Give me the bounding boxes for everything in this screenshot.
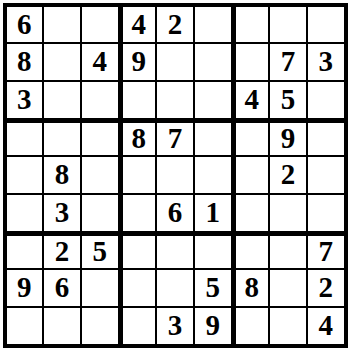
- sudoku-cell-empty[interactable]: [233, 120, 269, 156]
- sudoku-cell-empty[interactable]: [120, 308, 156, 344]
- sudoku-cell-empty[interactable]: [233, 233, 269, 269]
- sudoku-cell-given: 2: [270, 157, 306, 193]
- sudoku-cell-given: 6: [157, 195, 193, 231]
- sudoku-cell-empty[interactable]: [120, 82, 156, 118]
- sudoku-cell-given: 3: [157, 308, 193, 344]
- sudoku-cell-empty[interactable]: [308, 195, 344, 231]
- sudoku-cell-empty[interactable]: [233, 44, 269, 80]
- sudoku-cell-empty[interactable]: [157, 157, 193, 193]
- sudoku-cell-given: 1: [195, 195, 231, 231]
- sudoku-cell-empty[interactable]: [233, 7, 269, 43]
- sudoku-cell-empty[interactable]: [44, 7, 80, 43]
- sudoku-cell-empty[interactable]: [157, 270, 193, 306]
- sudoku-cell-given: 9: [270, 120, 306, 156]
- sudoku-cell-empty[interactable]: [44, 82, 80, 118]
- sudoku-cell-empty[interactable]: [195, 82, 231, 118]
- sudoku-cell-given: 3: [44, 195, 80, 231]
- sudoku-cell-empty[interactable]: [7, 120, 43, 156]
- sudoku-cell-given: 8: [233, 270, 269, 306]
- sudoku-cell-given: 8: [44, 157, 80, 193]
- sudoku-cell-given: 2: [157, 7, 193, 43]
- sudoku-cell-empty[interactable]: [195, 7, 231, 43]
- sudoku-cell-empty[interactable]: [7, 308, 43, 344]
- sudoku-cell-given: 4: [82, 44, 118, 80]
- sudoku-cell-empty[interactable]: [270, 233, 306, 269]
- sudoku-cell-given: 9: [7, 270, 43, 306]
- sudoku-cell-empty[interactable]: [82, 270, 118, 306]
- sudoku-cell-empty[interactable]: [7, 195, 43, 231]
- sudoku-cell-given: 5: [270, 82, 306, 118]
- sudoku-cell-empty[interactable]: [44, 120, 80, 156]
- sudoku-cell-given: 9: [195, 308, 231, 344]
- sudoku-cell-given: 4: [233, 82, 269, 118]
- sudoku-cell-empty[interactable]: [308, 120, 344, 156]
- sudoku-cell-empty[interactable]: [120, 157, 156, 193]
- sudoku-board: 642849733458798236125796582394: [3, 3, 348, 348]
- sudoku-cell-given: 6: [44, 270, 80, 306]
- sudoku-cell-given: 2: [308, 270, 344, 306]
- sudoku-cell-empty[interactable]: [308, 157, 344, 193]
- sudoku-cell-empty[interactable]: [120, 270, 156, 306]
- sudoku-cell-given: 6: [7, 7, 43, 43]
- sudoku-cell-empty[interactable]: [195, 120, 231, 156]
- sudoku-cell-empty[interactable]: [120, 195, 156, 231]
- sudoku-cell-given: 4: [308, 308, 344, 344]
- sudoku-cell-empty[interactable]: [7, 233, 43, 269]
- sudoku-cell-empty[interactable]: [82, 82, 118, 118]
- sudoku-cell-empty[interactable]: [44, 44, 80, 80]
- sudoku-cell-given: 9: [120, 44, 156, 80]
- sudoku-cell-given: 5: [195, 270, 231, 306]
- sudoku-cell-given: 2: [44, 233, 80, 269]
- sudoku-cell-empty[interactable]: [82, 195, 118, 231]
- sudoku-cell-empty[interactable]: [82, 157, 118, 193]
- sudoku-cell-given: 7: [308, 233, 344, 269]
- sudoku-cell-empty[interactable]: [308, 7, 344, 43]
- sudoku-cell-given: 5: [82, 233, 118, 269]
- sudoku-cell-empty[interactable]: [233, 308, 269, 344]
- sudoku-cell-empty[interactable]: [157, 44, 193, 80]
- sudoku-cell-given: 3: [308, 44, 344, 80]
- sudoku-cell-empty[interactable]: [7, 157, 43, 193]
- sudoku-cell-empty[interactable]: [82, 308, 118, 344]
- sudoku-cell-empty[interactable]: [120, 233, 156, 269]
- sudoku-cell-empty[interactable]: [270, 270, 306, 306]
- sudoku-cell-given: 4: [120, 7, 156, 43]
- sudoku-cell-empty[interactable]: [157, 82, 193, 118]
- sudoku-cell-empty[interactable]: [270, 308, 306, 344]
- sudoku-cell-given: 7: [270, 44, 306, 80]
- sudoku-cell-empty[interactable]: [195, 157, 231, 193]
- sudoku-cell-empty[interactable]: [157, 233, 193, 269]
- sudoku-cell-empty[interactable]: [233, 195, 269, 231]
- sudoku-cell-empty[interactable]: [44, 308, 80, 344]
- sudoku-cell-empty[interactable]: [270, 7, 306, 43]
- sudoku-cell-empty[interactable]: [82, 120, 118, 156]
- sudoku-cell-empty[interactable]: [270, 195, 306, 231]
- sudoku-cell-empty[interactable]: [233, 157, 269, 193]
- sudoku-cell-given: 7: [157, 120, 193, 156]
- sudoku-cell-empty[interactable]: [82, 7, 118, 43]
- sudoku-cell-given: 8: [7, 44, 43, 80]
- sudoku-cell-empty[interactable]: [195, 44, 231, 80]
- sudoku-cell-empty[interactable]: [195, 233, 231, 269]
- sudoku-cell-empty[interactable]: [308, 82, 344, 118]
- sudoku-cell-given: 8: [120, 120, 156, 156]
- sudoku-cell-given: 3: [7, 82, 43, 118]
